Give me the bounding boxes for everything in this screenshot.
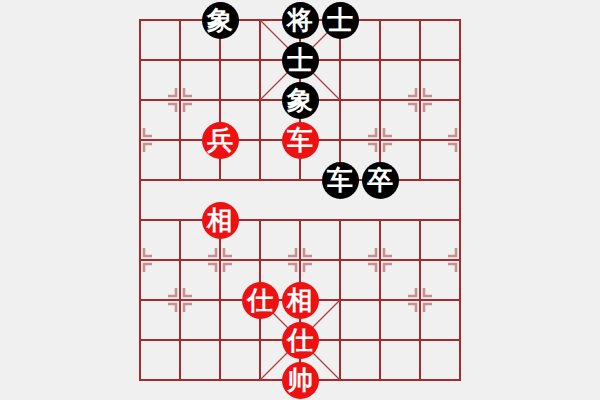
board-point-8-3[interactable]	[440, 120, 480, 160]
board-point-4-2[interactable]: 象	[280, 80, 320, 120]
board-point-8-1[interactable]	[440, 40, 480, 80]
board-point-8-9[interactable]	[440, 360, 480, 400]
board-point-4-6[interactable]	[280, 240, 320, 280]
board-point-8-8[interactable]	[440, 320, 480, 360]
board-point-3-9[interactable]	[240, 360, 280, 400]
board-point-6-0[interactable]	[360, 0, 400, 40]
board-point-4-0[interactable]: 将	[280, 0, 320, 40]
board-point-1-1[interactable]	[160, 40, 200, 80]
piece-black-general[interactable]: 将	[282, 2, 319, 39]
board-point-7-6[interactable]	[400, 240, 440, 280]
piece-red-advisor[interactable]: 仕	[242, 282, 279, 319]
board-point-4-7[interactable]: 相	[280, 280, 320, 320]
board-point-0-5[interactable]	[120, 200, 160, 240]
board-point-0-6[interactable]	[120, 240, 160, 280]
piece-black-advisor[interactable]: 士	[282, 42, 319, 79]
board-point-0-8[interactable]	[120, 320, 160, 360]
board-point-1-9[interactable]	[160, 360, 200, 400]
piece-black-advisor[interactable]: 士	[322, 2, 359, 39]
board-point-6-2[interactable]	[360, 80, 400, 120]
board-point-2-0[interactable]: 象	[200, 0, 240, 40]
board-point-8-6[interactable]	[440, 240, 480, 280]
xiangqi-app: 象将士士象兵车车卒相仕相仕帅	[0, 0, 600, 400]
board-point-2-5[interactable]: 相	[200, 200, 240, 240]
board-point-1-5[interactable]	[160, 200, 200, 240]
board-point-4-9[interactable]: 帅	[280, 360, 320, 400]
board-point-2-3[interactable]: 兵	[200, 120, 240, 160]
board-point-3-3[interactable]	[240, 120, 280, 160]
board-point-4-8[interactable]: 仕	[280, 320, 320, 360]
board-point-5-3[interactable]	[320, 120, 360, 160]
board-point-1-6[interactable]	[160, 240, 200, 280]
board-point-3-6[interactable]	[240, 240, 280, 280]
board-point-7-9[interactable]	[400, 360, 440, 400]
board-point-7-7[interactable]	[400, 280, 440, 320]
board-point-0-9[interactable]	[120, 360, 160, 400]
board-point-5-8[interactable]	[320, 320, 360, 360]
board-point-5-1[interactable]	[320, 40, 360, 80]
board-point-8-2[interactable]	[440, 80, 480, 120]
board-point-7-0[interactable]	[400, 0, 440, 40]
board-point-7-2[interactable]	[400, 80, 440, 120]
board-point-6-3[interactable]	[360, 120, 400, 160]
board-point-4-5[interactable]	[280, 200, 320, 240]
board-point-8-5[interactable]	[440, 200, 480, 240]
board-point-3-2[interactable]	[240, 80, 280, 120]
board-point-7-1[interactable]	[400, 40, 440, 80]
piece-black-elephant[interactable]: 象	[282, 82, 319, 119]
piece-black-elephant[interactable]: 象	[202, 2, 239, 39]
board-point-5-2[interactable]	[320, 80, 360, 120]
board-point-7-4[interactable]	[400, 160, 440, 200]
board-point-3-0[interactable]	[240, 0, 280, 40]
board-point-7-5[interactable]	[400, 200, 440, 240]
board-point-6-4[interactable]: 卒	[360, 160, 400, 200]
board-point-3-7[interactable]: 仕	[240, 280, 280, 320]
board-point-7-8[interactable]	[400, 320, 440, 360]
board-point-1-3[interactable]	[160, 120, 200, 160]
board-point-4-3[interactable]: 车	[280, 120, 320, 160]
board-point-2-8[interactable]	[200, 320, 240, 360]
board-point-2-9[interactable]	[200, 360, 240, 400]
board-point-2-7[interactable]	[200, 280, 240, 320]
piece-red-chariot[interactable]: 车	[282, 122, 319, 159]
board-point-3-5[interactable]	[240, 200, 280, 240]
board-point-1-0[interactable]	[160, 0, 200, 40]
board-point-5-4[interactable]: 车	[320, 160, 360, 200]
board-point-6-7[interactable]	[360, 280, 400, 320]
board-point-1-7[interactable]	[160, 280, 200, 320]
board-point-8-4[interactable]	[440, 160, 480, 200]
board-point-7-3[interactable]	[400, 120, 440, 160]
board-point-0-4[interactable]	[120, 160, 160, 200]
piece-black-soldier[interactable]: 卒	[362, 162, 399, 199]
board-point-3-4[interactable]	[240, 160, 280, 200]
piece-red-soldier[interactable]: 兵	[202, 122, 239, 159]
board-point-5-0[interactable]: 士	[320, 0, 360, 40]
board-point-5-6[interactable]	[320, 240, 360, 280]
board-point-6-6[interactable]	[360, 240, 400, 280]
piece-red-general[interactable]: 帅	[282, 362, 319, 399]
board-point-2-4[interactable]	[200, 160, 240, 200]
board-point-0-2[interactable]	[120, 80, 160, 120]
board-point-4-4[interactable]	[280, 160, 320, 200]
xiangqi-board: 象将士士象兵车车卒相仕相仕帅	[120, 0, 480, 400]
board-point-1-2[interactable]	[160, 80, 200, 120]
board-point-5-5[interactable]	[320, 200, 360, 240]
board-point-4-1[interactable]: 士	[280, 40, 320, 80]
board-point-8-0[interactable]	[440, 0, 480, 40]
board-point-1-4[interactable]	[160, 160, 200, 200]
board-point-5-9[interactable]	[320, 360, 360, 400]
board-point-3-1[interactable]	[240, 40, 280, 80]
board-point-5-7[interactable]	[320, 280, 360, 320]
board-point-2-1[interactable]	[200, 40, 240, 80]
piece-red-advisor[interactable]: 仕	[282, 322, 319, 359]
piece-red-elephant[interactable]: 相	[202, 202, 239, 239]
board-point-1-8[interactable]	[160, 320, 200, 360]
piece-red-elephant[interactable]: 相	[282, 282, 319, 319]
board-point-6-9[interactable]	[360, 360, 400, 400]
board-point-6-8[interactable]	[360, 320, 400, 360]
board-point-6-5[interactable]	[360, 200, 400, 240]
board-point-6-1[interactable]	[360, 40, 400, 80]
piece-black-chariot[interactable]: 车	[322, 162, 359, 199]
board-point-8-7[interactable]	[440, 280, 480, 320]
board-point-0-7[interactable]	[120, 280, 160, 320]
board-point-2-6[interactable]	[200, 240, 240, 280]
board-point-0-1[interactable]	[120, 40, 160, 80]
board-point-0-3[interactable]	[120, 120, 160, 160]
board-point-3-8[interactable]	[240, 320, 280, 360]
board-point-0-0[interactable]	[120, 0, 160, 40]
board-point-2-2[interactable]	[200, 80, 240, 120]
